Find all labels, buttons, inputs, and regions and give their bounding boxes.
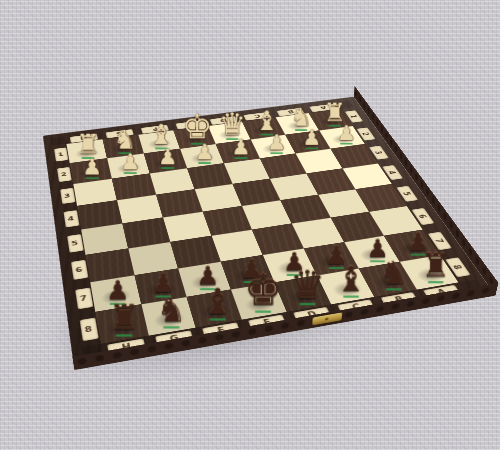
black-queen-icon: ♛: [284, 265, 330, 304]
rank-label-text: 3: [64, 193, 71, 199]
square-h4[interactable]: [77, 200, 122, 229]
black-rook-icon: ♜: [100, 301, 148, 336]
white-pawn-icon: ♟: [111, 151, 149, 173]
rank-label: 1: [54, 147, 68, 161]
rank-label-text: 3: [373, 151, 384, 155]
board-frame: HGFEDCBA 12345678 ♜♞♝♛♚♝♞♜♟♟♟♟♟♟♟♟♟♟♟♟♟♟…: [43, 97, 496, 370]
rank-label-text: 1: [348, 115, 358, 119]
black-rook-icon: ♜: [413, 250, 458, 282]
rank-label-text: 2: [360, 132, 370, 136]
black-knight-icon: ♞: [371, 258, 416, 290]
black-king-icon: ♚: [240, 269, 287, 312]
black-knight-icon: ♞: [148, 294, 195, 327]
white-pawn-icon: ♟: [328, 123, 364, 144]
rank-label: 5: [67, 234, 83, 253]
file-label-text: H: [80, 135, 88, 140]
white-pawn-icon: ♟: [294, 127, 331, 148]
rank-label: 2: [57, 167, 72, 182]
rank-label-text: 6: [75, 266, 83, 274]
white-pawn-icon: ♟: [73, 156, 111, 178]
rank-label-text: 1: [57, 152, 64, 158]
square-g4[interactable]: [117, 195, 163, 224]
rank-label: 3: [60, 188, 75, 204]
white-pawn-icon: ♟: [149, 146, 187, 168]
square-h5[interactable]: [81, 224, 128, 255]
rank-label-text: 5: [401, 191, 413, 196]
file-label-text: F: [151, 126, 158, 131]
rank-label-text: 4: [387, 170, 398, 174]
rank-label-text: 2: [60, 171, 67, 177]
file-label-text: E: [186, 122, 193, 127]
square-h3[interactable]: [73, 179, 117, 206]
rank-label-text: 6: [416, 214, 428, 219]
white-pawn-icon: ♟: [186, 142, 223, 164]
rank-label-text: 8: [84, 325, 93, 334]
black-bishop-icon: ♝: [194, 284, 241, 319]
rank-label: 6: [71, 260, 88, 280]
file-label-text: G: [116, 131, 124, 136]
white-pawn-icon: ♟: [222, 137, 259, 158]
rank-label: 4: [63, 210, 79, 227]
chess-board: HGFEDCBA 12345678 ♜♞♝♛♚♝♞♜♟♟♟♟♟♟♟♟♟♟♟♟♟♟…: [43, 97, 496, 370]
rank-label-text: 4: [67, 215, 74, 222]
brass-clasp-icon: [312, 312, 342, 325]
rank-label-text: 7: [79, 294, 87, 303]
rank-label: 7: [75, 288, 93, 310]
table-surface: HGFEDCBA 12345678 ♜♞♝♛♚♝♞♜♟♟♟♟♟♟♟♟♟♟♟♟♟♟…: [0, 0, 500, 450]
black-bishop-icon: ♝: [328, 262, 374, 296]
file-label-text: C: [253, 114, 261, 119]
rank-label-text: 5: [71, 240, 79, 247]
square-g5[interactable]: [122, 218, 170, 249]
rank-label: 8: [79, 318, 98, 342]
white-pawn-icon: ♟: [258, 132, 295, 153]
